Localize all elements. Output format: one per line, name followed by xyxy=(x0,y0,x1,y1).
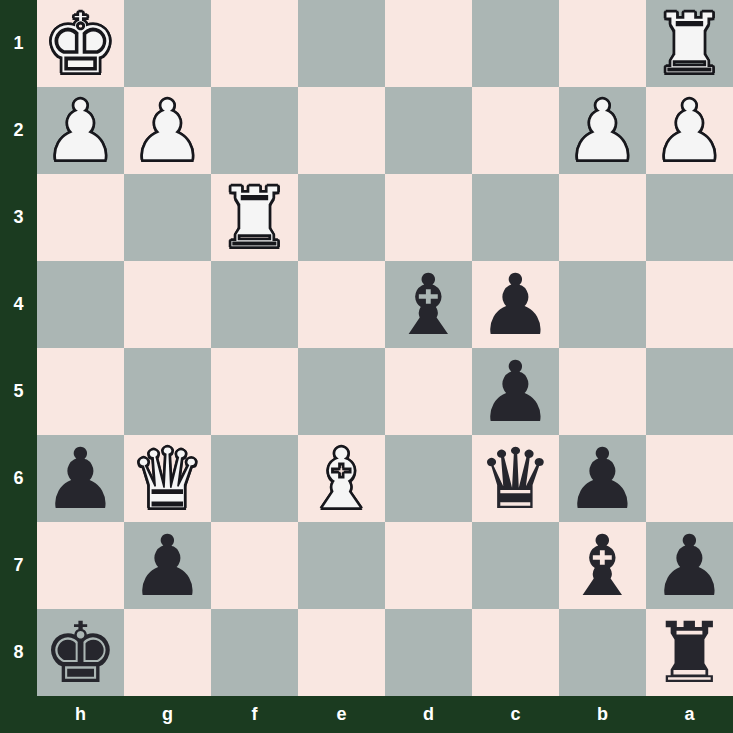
white-rook[interactable]: ♜ xyxy=(217,176,292,260)
white-pawn[interactable]: ♟ xyxy=(130,89,205,173)
white-queen[interactable]: ♛ xyxy=(130,437,205,521)
square-a5[interactable] xyxy=(646,348,733,435)
square-d1[interactable] xyxy=(385,0,472,87)
file-label-e: e xyxy=(298,696,385,733)
board-corner xyxy=(0,696,37,733)
square-d6[interactable] xyxy=(385,435,472,522)
square-f3[interactable]: ♜ xyxy=(211,174,298,261)
rank-label-8: 8 xyxy=(0,609,37,696)
rank-label-4: 4 xyxy=(0,261,37,348)
square-b1[interactable] xyxy=(559,0,646,87)
square-h3[interactable] xyxy=(37,174,124,261)
rank-label-2: 2 xyxy=(0,87,37,174)
white-king[interactable]: ♚ xyxy=(43,2,118,86)
square-f5[interactable] xyxy=(211,348,298,435)
square-g8[interactable] xyxy=(124,609,211,696)
square-f8[interactable] xyxy=(211,609,298,696)
square-c1[interactable] xyxy=(472,0,559,87)
white-pawn[interactable]: ♟ xyxy=(43,89,118,173)
square-f4[interactable] xyxy=(211,261,298,348)
chess-board[interactable]: ♚♜♟♟♟♟♜♝♟♟♟♛♝♛♟♟♝♟♚♜ xyxy=(37,0,733,696)
file-label-g: g xyxy=(124,696,211,733)
square-e5[interactable] xyxy=(298,348,385,435)
square-b4[interactable] xyxy=(559,261,646,348)
square-e3[interactable] xyxy=(298,174,385,261)
file-label-a: a xyxy=(646,696,733,733)
square-e8[interactable] xyxy=(298,609,385,696)
square-g1[interactable] xyxy=(124,0,211,87)
square-b6[interactable]: ♟ xyxy=(559,435,646,522)
rank-labels: 12345678 xyxy=(0,0,37,696)
square-b8[interactable] xyxy=(559,609,646,696)
black-pawn[interactable]: ♟ xyxy=(478,263,553,347)
square-c5[interactable]: ♟ xyxy=(472,348,559,435)
file-label-f: f xyxy=(211,696,298,733)
square-a3[interactable] xyxy=(646,174,733,261)
square-b7[interactable]: ♝ xyxy=(559,522,646,609)
square-h8[interactable]: ♚ xyxy=(37,609,124,696)
square-h2[interactable]: ♟ xyxy=(37,87,124,174)
file-label-h: h xyxy=(37,696,124,733)
square-e6[interactable]: ♝ xyxy=(298,435,385,522)
black-pawn[interactable]: ♟ xyxy=(130,524,205,608)
square-f1[interactable] xyxy=(211,0,298,87)
square-d7[interactable] xyxy=(385,522,472,609)
black-king[interactable]: ♚ xyxy=(43,611,118,695)
square-h7[interactable] xyxy=(37,522,124,609)
square-f2[interactable] xyxy=(211,87,298,174)
black-pawn[interactable]: ♟ xyxy=(478,350,553,434)
square-d5[interactable] xyxy=(385,348,472,435)
black-bishop[interactable]: ♝ xyxy=(565,524,640,608)
square-a2[interactable]: ♟ xyxy=(646,87,733,174)
square-a6[interactable] xyxy=(646,435,733,522)
square-e7[interactable] xyxy=(298,522,385,609)
square-e1[interactable] xyxy=(298,0,385,87)
white-pawn[interactable]: ♟ xyxy=(652,89,727,173)
rank-label-7: 7 xyxy=(0,522,37,609)
square-c6[interactable]: ♛ xyxy=(472,435,559,522)
square-a4[interactable] xyxy=(646,261,733,348)
square-h4[interactable] xyxy=(37,261,124,348)
square-c7[interactable] xyxy=(472,522,559,609)
rank-label-6: 6 xyxy=(0,435,37,522)
square-h6[interactable]: ♟ xyxy=(37,435,124,522)
square-h1[interactable]: ♚ xyxy=(37,0,124,87)
file-label-c: c xyxy=(472,696,559,733)
white-pawn[interactable]: ♟ xyxy=(565,89,640,173)
square-g3[interactable] xyxy=(124,174,211,261)
black-pawn[interactable]: ♟ xyxy=(43,437,118,521)
square-d3[interactable] xyxy=(385,174,472,261)
square-a1[interactable]: ♜ xyxy=(646,0,733,87)
black-bishop[interactable]: ♝ xyxy=(391,263,466,347)
rank-label-1: 1 xyxy=(0,0,37,87)
square-g4[interactable] xyxy=(124,261,211,348)
white-bishop[interactable]: ♝ xyxy=(304,437,379,521)
square-d2[interactable] xyxy=(385,87,472,174)
square-c2[interactable] xyxy=(472,87,559,174)
square-f7[interactable] xyxy=(211,522,298,609)
square-b5[interactable] xyxy=(559,348,646,435)
white-rook[interactable]: ♜ xyxy=(652,2,727,86)
square-a8[interactable]: ♜ xyxy=(646,609,733,696)
square-f6[interactable] xyxy=(211,435,298,522)
square-g5[interactable] xyxy=(124,348,211,435)
square-g6[interactable]: ♛ xyxy=(124,435,211,522)
file-labels: hgfedcba xyxy=(37,696,733,733)
black-pawn[interactable]: ♟ xyxy=(652,524,727,608)
square-b3[interactable] xyxy=(559,174,646,261)
rank-label-5: 5 xyxy=(0,348,37,435)
square-e4[interactable] xyxy=(298,261,385,348)
black-rook[interactable]: ♜ xyxy=(652,611,727,695)
square-h5[interactable] xyxy=(37,348,124,435)
square-e2[interactable] xyxy=(298,87,385,174)
square-d4[interactable]: ♝ xyxy=(385,261,472,348)
square-g2[interactable]: ♟ xyxy=(124,87,211,174)
square-c4[interactable]: ♟ xyxy=(472,261,559,348)
square-c3[interactable] xyxy=(472,174,559,261)
black-queen[interactable]: ♛ xyxy=(478,437,553,521)
rank-label-3: 3 xyxy=(0,174,37,261)
square-b2[interactable]: ♟ xyxy=(559,87,646,174)
black-pawn[interactable]: ♟ xyxy=(565,437,640,521)
square-a7[interactable]: ♟ xyxy=(646,522,733,609)
file-label-b: b xyxy=(559,696,646,733)
square-d8[interactable] xyxy=(385,609,472,696)
square-g7[interactable]: ♟ xyxy=(124,522,211,609)
square-c8[interactable] xyxy=(472,609,559,696)
chess-board-frame: 12345678 ♚♜♟♟♟♟♜♝♟♟♟♛♝♛♟♟♝♟♚♜ hgfedcba xyxy=(0,0,733,733)
file-label-d: d xyxy=(385,696,472,733)
